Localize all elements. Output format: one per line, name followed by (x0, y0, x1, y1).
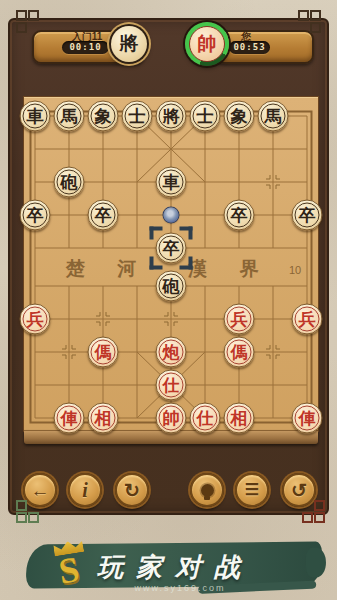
back-arrow-icon: ← (31, 481, 50, 500)
piece-black-砲[interactable]: 砲 (54, 167, 85, 198)
piece-red-兵[interactable]: 兵 (224, 304, 255, 335)
piece-black-車[interactable]: 車 (156, 167, 187, 198)
opponent-avatar: 將 (109, 24, 149, 64)
piece-red-仕[interactable]: 仕 (156, 370, 187, 401)
piece-black-卒[interactable]: 卒 (292, 200, 323, 231)
piece-black-士[interactable]: 士 (190, 101, 221, 132)
selection-bracket (150, 257, 163, 270)
corner-ornament-top-left (16, 10, 39, 33)
piece-red-傌[interactable]: 傌 (88, 337, 119, 368)
opponent-general-piece: 將 (111, 26, 147, 62)
corner-ornament-bottom-left (16, 500, 39, 523)
piece-red-相[interactable]: 相 (224, 403, 255, 434)
hamburger-menu-icon: ☰ (245, 482, 259, 498)
piece-black-士[interactable]: 士 (122, 101, 153, 132)
last-move-from-marker (164, 208, 179, 223)
piece-black-象[interactable]: 象 (88, 101, 119, 132)
hint-button[interactable] (190, 473, 224, 507)
mode-banner-title: 玩家对战 (0, 550, 337, 585)
selection-bracket (180, 257, 193, 270)
lightbulb-icon (201, 484, 214, 497)
piece-red-仕[interactable]: 仕 (190, 403, 221, 434)
piece-red-兵[interactable]: 兵 (20, 304, 51, 335)
self-avatar-active-ring: 帥 (185, 22, 229, 66)
cycle-arrows-icon: ↻ (124, 481, 140, 500)
self-general-piece: 帥 (189, 26, 225, 62)
piece-red-俥[interactable]: 俥 (292, 403, 323, 434)
piece-red-傌[interactable]: 傌 (224, 337, 255, 368)
corner-ornament-bottom-right (302, 500, 325, 523)
piece-black-車[interactable]: 車 (20, 101, 51, 132)
piece-red-炮[interactable]: 炮 (156, 337, 187, 368)
piece-black-馬[interactable]: 馬 (258, 101, 289, 132)
main-panel: 入门11 00:10 將 您 00:53 帥 (8, 18, 329, 515)
watermark-url: www.sy169.com (100, 583, 260, 593)
piece-red-兵[interactable]: 兵 (292, 304, 323, 335)
self-timer: 00:53 (229, 41, 270, 54)
info-button[interactable]: i (68, 473, 102, 507)
piece-red-俥[interactable]: 俥 (54, 403, 85, 434)
menu-button[interactable]: ☰ (235, 473, 269, 507)
info-icon: i (82, 480, 88, 500)
piece-black-馬[interactable]: 馬 (54, 101, 85, 132)
board[interactable]: 楚 河 漢 界 10 車馬象士將士象馬砲車卒卒卒卒卒砲兵兵兵傌炮傌仕俥相帥仕相俥 (24, 97, 318, 431)
piece-black-砲[interactable]: 砲 (156, 271, 187, 302)
undo-arrow-icon: ↺ (291, 481, 307, 500)
piece-red-相[interactable]: 相 (88, 403, 119, 434)
piece-black-卒[interactable]: 卒 (156, 233, 187, 264)
piece-black-將[interactable]: 將 (156, 101, 187, 132)
piece-black-象[interactable]: 象 (224, 101, 255, 132)
selection-bracket (150, 227, 163, 240)
corner-ornament-top-right (298, 10, 321, 33)
xiangqi-app: 入门11 00:10 將 您 00:53 帥 (0, 0, 337, 600)
selection-bracket (180, 227, 193, 240)
piece-black-卒[interactable]: 卒 (88, 200, 119, 231)
opponent-timer: 00:10 (62, 41, 109, 54)
piece-black-卒[interactable]: 卒 (20, 200, 51, 231)
piece-black-卒[interactable]: 卒 (224, 200, 255, 231)
flip-board-button[interactable]: ↻ (115, 473, 149, 507)
pieces-layer: 車馬象士將士象馬砲車卒卒卒卒卒砲兵兵兵傌炮傌仕俥相帥仕相俥 (24, 98, 318, 431)
piece-red-帥[interactable]: 帥 (156, 403, 187, 434)
